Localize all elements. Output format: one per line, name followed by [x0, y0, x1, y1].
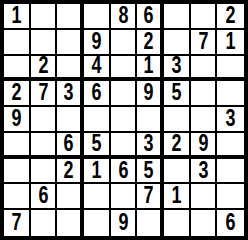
cell-r8c5[interactable]	[111, 184, 138, 210]
given-digit: 3	[171, 56, 181, 79]
cell-r5c3[interactable]	[57, 107, 84, 133]
cell-r2c6: 2	[137, 30, 164, 56]
given-digit: 8	[118, 4, 128, 28]
cell-r7c4: 1	[84, 159, 111, 185]
cell-r7c1[interactable]	[4, 159, 31, 185]
cell-r5c5[interactable]	[111, 107, 138, 133]
cell-r4c1: 2	[4, 81, 31, 107]
given-digit: 2	[171, 133, 181, 156]
cell-r3c7: 3	[164, 56, 191, 82]
cell-r5c8[interactable]	[191, 107, 218, 133]
given-digit: 2	[11, 81, 21, 105]
cell-r9c7[interactable]	[164, 210, 191, 236]
given-digit: 7	[198, 30, 208, 54]
cell-r4c3: 3	[57, 81, 84, 107]
cell-r1c5: 8	[111, 4, 138, 30]
cell-r6c5[interactable]	[111, 133, 138, 159]
cell-r8c1[interactable]	[4, 184, 31, 210]
cell-r2c5[interactable]	[111, 30, 138, 56]
cell-r7c3: 2	[57, 159, 84, 185]
sudoku-board: 186292712413273695936532921653671796	[0, 0, 248, 240]
given-digit: 9	[11, 107, 21, 131]
cell-r8c2: 6	[31, 184, 58, 210]
cell-r1c4[interactable]	[84, 4, 111, 30]
cell-r5c1: 9	[4, 107, 31, 133]
cell-r4c5[interactable]	[111, 81, 138, 107]
cell-r2c2[interactable]	[31, 30, 58, 56]
cell-r2c4: 9	[84, 30, 111, 56]
given-digit: 2	[64, 159, 74, 183]
given-digit: 2	[38, 56, 48, 79]
cell-r8c7: 1	[164, 184, 191, 210]
cell-r8c4[interactable]	[84, 184, 111, 210]
given-digit: 2	[226, 4, 236, 28]
cell-r3c2: 2	[31, 56, 58, 82]
cell-r7c6: 5	[137, 159, 164, 185]
given-digit: 3	[226, 107, 236, 131]
cell-r6c6: 3	[137, 133, 164, 159]
given-digit: 9	[118, 211, 128, 235]
cell-r9c8[interactable]	[191, 210, 218, 236]
cell-r6c9[interactable]	[217, 133, 244, 159]
cell-r6c8: 9	[191, 133, 218, 159]
given-digit: 3	[198, 159, 208, 183]
given-digit: 9	[144, 81, 154, 105]
sudoku-page: 186292712413273695936532921653671796	[0, 0, 248, 240]
cell-r2c7[interactable]	[164, 30, 191, 56]
given-digit: 1	[226, 30, 236, 54]
cell-r2c9: 1	[217, 30, 244, 56]
given-digit: 6	[91, 81, 101, 105]
given-digit: 5	[91, 133, 101, 156]
cell-r3c8[interactable]	[191, 56, 218, 82]
given-digit: 9	[91, 30, 101, 54]
given-digit: 2	[144, 30, 154, 54]
given-digit: 1	[171, 184, 181, 208]
cell-r3c9[interactable]	[217, 56, 244, 82]
cell-r8c8[interactable]	[191, 184, 218, 210]
cell-r9c3[interactable]	[57, 210, 84, 236]
given-digit: 1	[91, 159, 101, 183]
cell-r7c7[interactable]	[164, 159, 191, 185]
given-digit: 7	[38, 81, 48, 105]
cell-r8c3[interactable]	[57, 184, 84, 210]
cell-r3c6: 1	[137, 56, 164, 82]
given-digit: 1	[144, 56, 154, 79]
cell-r3c5[interactable]	[111, 56, 138, 82]
cell-r1c6: 6	[137, 4, 164, 30]
cell-r1c8[interactable]	[191, 4, 218, 30]
given-digit: 9	[198, 133, 208, 156]
cell-r4c8[interactable]	[191, 81, 218, 107]
cell-r3c4: 4	[84, 56, 111, 82]
given-digit: 4	[91, 56, 101, 79]
cell-r7c5: 6	[111, 159, 138, 185]
cell-r5c7[interactable]	[164, 107, 191, 133]
cell-r3c1[interactable]	[4, 56, 31, 82]
cell-r1c2[interactable]	[31, 4, 58, 30]
cell-r2c3[interactable]	[57, 30, 84, 56]
cell-r9c6[interactable]	[137, 210, 164, 236]
cell-r6c7: 2	[164, 133, 191, 159]
cell-r5c4[interactable]	[84, 107, 111, 133]
given-digit: 6	[118, 159, 128, 183]
cell-r9c9: 6	[217, 210, 244, 236]
cell-r1c3[interactable]	[57, 4, 84, 30]
cell-r5c9: 3	[217, 107, 244, 133]
given-digit: 3	[64, 81, 74, 105]
cell-r4c4: 6	[84, 81, 111, 107]
given-digit: 6	[64, 133, 74, 156]
cell-r8c6: 7	[137, 184, 164, 210]
cell-r4c6: 9	[137, 81, 164, 107]
given-digit: 6	[226, 211, 236, 235]
cell-r7c8: 3	[191, 159, 218, 185]
cell-r9c5: 9	[111, 210, 138, 236]
cell-r1c9: 2	[217, 4, 244, 30]
cell-r6c4: 5	[84, 133, 111, 159]
cell-r9c4[interactable]	[84, 210, 111, 236]
cell-r2c1[interactable]	[4, 30, 31, 56]
given-digit: 1	[11, 4, 21, 28]
cell-r2c8: 7	[191, 30, 218, 56]
cell-r4c2: 7	[31, 81, 58, 107]
given-digit: 7	[144, 184, 154, 208]
cell-r8c9[interactable]	[217, 184, 244, 210]
given-digit: 7	[11, 211, 21, 235]
cell-r6c1[interactable]	[4, 133, 31, 159]
cell-r1c1: 1	[4, 4, 31, 30]
cell-r7c2[interactable]	[31, 159, 58, 185]
given-digit: 3	[144, 133, 154, 156]
given-digit: 5	[144, 159, 154, 183]
cell-r6c2[interactable]	[31, 133, 58, 159]
given-digit: 6	[38, 184, 48, 208]
cell-r5c2[interactable]	[31, 107, 58, 133]
cell-r4c7: 5	[164, 81, 191, 107]
given-digit: 5	[171, 81, 181, 105]
cell-r7c9[interactable]	[217, 159, 244, 185]
cell-r1c7[interactable]	[164, 4, 191, 30]
cell-r9c2[interactable]	[31, 210, 58, 236]
cell-r4c9[interactable]	[217, 81, 244, 107]
cell-r5c6[interactable]	[137, 107, 164, 133]
cell-r6c3: 6	[57, 133, 84, 159]
cell-r3c3[interactable]	[57, 56, 84, 82]
cell-r9c1: 7	[4, 210, 31, 236]
given-digit: 6	[144, 4, 154, 28]
